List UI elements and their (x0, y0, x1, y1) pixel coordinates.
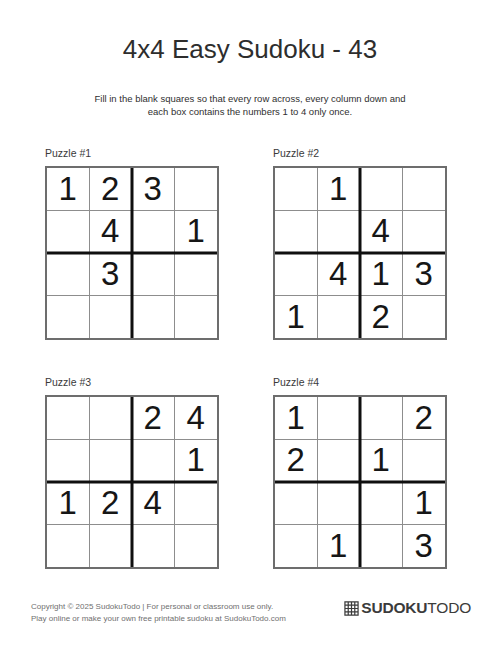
sudoku-cell (132, 525, 175, 568)
sudoku-cell: 3 (90, 253, 133, 296)
sudoku-cell (175, 482, 218, 525)
grid-logo-icon (344, 601, 359, 616)
sudoku-cell (175, 253, 218, 296)
sudoku-cell: 1 (275, 296, 318, 339)
logo-text-sudoku: SUDOKU (361, 599, 427, 616)
sudoku-cell: 2 (360, 296, 403, 339)
sudoku-cell (318, 482, 361, 525)
sudoku-cell (47, 253, 90, 296)
sudoku-cell: 4 (318, 253, 361, 296)
sudoku-cell (47, 296, 90, 339)
puzzle-4-label: Puzzle #4 (273, 376, 447, 388)
sudoku-cell: 1 (47, 482, 90, 525)
sudoku-cell (403, 168, 446, 211)
sudoku-cell (360, 525, 403, 568)
sudoku-cell: 1 (403, 482, 446, 525)
sudoku-cell: 1 (318, 168, 361, 211)
logo-text: SUDOKUTODO (361, 600, 471, 616)
puzzle-3: Puzzle #3 2 4 1 1 2 4 (45, 376, 219, 569)
sudoku-cell (175, 168, 218, 211)
sudoku-cell (275, 211, 318, 254)
sudoku-cell (47, 525, 90, 568)
sudoku-cell: 3 (403, 253, 446, 296)
sudoku-cell (318, 296, 361, 339)
puzzle-4: Puzzle #4 1 2 2 1 1 1 3 (273, 376, 447, 569)
sudoku-cell (275, 482, 318, 525)
sudoku-cell: 2 (132, 397, 175, 440)
box-divider-horizontal (47, 481, 217, 484)
puzzle-2: Puzzle #2 1 4 4 1 3 1 2 (273, 147, 447, 340)
sudoku-cell (175, 296, 218, 339)
box-divider-horizontal (47, 252, 217, 255)
instructions: Fill in the blank squares so that every … (0, 92, 500, 118)
sudoku-cell: 4 (360, 211, 403, 254)
sudoku-cell: 3 (132, 168, 175, 211)
sudoku-cell (47, 397, 90, 440)
footer-copyright: Copyright © 2025 SudokuTodo | For person… (31, 601, 286, 624)
sudoku-board-1: 1 2 3 4 1 3 (45, 166, 219, 340)
page-title: 4x4 Easy Sudoku - 43 (0, 34, 500, 65)
sudoku-cell (318, 440, 361, 483)
sudokutodo-logo: SUDOKUTODO (344, 600, 471, 616)
instructions-line-2: each box contains the numbers 1 to 4 onl… (0, 105, 500, 118)
sudoku-cell: 1 (275, 397, 318, 440)
sudoku-cell: 2 (403, 397, 446, 440)
puzzle-1-label: Puzzle #1 (45, 147, 219, 159)
sudoku-cell (318, 211, 361, 254)
sudoku-board-4: 1 2 2 1 1 1 3 (273, 395, 447, 569)
sudoku-cell: 1 (175, 211, 218, 254)
sudoku-cell (90, 525, 133, 568)
sudoku-cell (132, 440, 175, 483)
sudoku-cell: 2 (90, 482, 133, 525)
sudoku-cell (360, 397, 403, 440)
sudoku-cell (90, 296, 133, 339)
sudoku-cell (132, 253, 175, 296)
box-divider-horizontal (275, 252, 445, 255)
sudoku-cell: 1 (360, 253, 403, 296)
sudoku-cell: 1 (47, 168, 90, 211)
sudoku-cell (47, 211, 90, 254)
sudoku-cell (175, 525, 218, 568)
sudoku-cell (132, 296, 175, 339)
sudoku-cell: 2 (275, 440, 318, 483)
sudoku-cell (275, 253, 318, 296)
sudoku-cell (403, 211, 446, 254)
sudoku-cell (275, 168, 318, 211)
sudoku-cell (360, 482, 403, 525)
printable-sudoku-page: 4x4 Easy Sudoku - 43 Fill in the blank s… (0, 0, 500, 647)
sudoku-cell: 1 (175, 440, 218, 483)
sudoku-cell (403, 296, 446, 339)
sudoku-cell: 3 (403, 525, 446, 568)
sudoku-cell: 4 (132, 482, 175, 525)
sudoku-board-2: 1 4 4 1 3 1 2 (273, 166, 447, 340)
copyright-line-2: Play online or make your own free printa… (31, 613, 286, 625)
sudoku-board-3: 2 4 1 1 2 4 (45, 395, 219, 569)
sudoku-cell (360, 168, 403, 211)
sudoku-cell (47, 440, 90, 483)
puzzle-2-label: Puzzle #2 (273, 147, 447, 159)
sudoku-cell (275, 525, 318, 568)
sudoku-cell (132, 211, 175, 254)
sudoku-cell (318, 397, 361, 440)
sudoku-cell: 1 (360, 440, 403, 483)
logo-text-todo: TODO (427, 599, 471, 616)
sudoku-cell: 1 (318, 525, 361, 568)
copyright-line-1: Copyright © 2025 SudokuTodo | For person… (31, 601, 286, 613)
sudoku-cell: 4 (90, 211, 133, 254)
box-divider-horizontal (275, 481, 445, 484)
sudoku-cell (90, 397, 133, 440)
instructions-line-1: Fill in the blank squares so that every … (0, 92, 500, 105)
puzzle-1: Puzzle #1 1 2 3 4 1 3 (45, 147, 219, 340)
sudoku-cell: 2 (90, 168, 133, 211)
sudoku-cell: 4 (175, 397, 218, 440)
sudoku-cell (403, 440, 446, 483)
puzzle-3-label: Puzzle #3 (45, 376, 219, 388)
sudoku-cell (90, 440, 133, 483)
